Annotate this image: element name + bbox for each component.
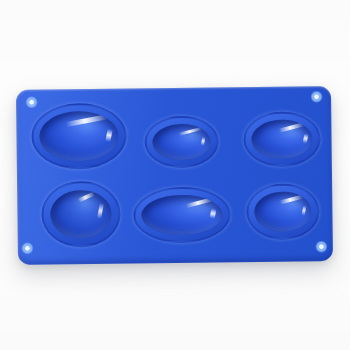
- gloss-highlight: [278, 123, 304, 133]
- cavity-bowl: [251, 119, 312, 159]
- cavity-top-right: [243, 111, 321, 167]
- cavity-bottom-right: [246, 183, 320, 240]
- cavity-bottom-middle: [133, 186, 231, 243]
- cavity-bowl: [39, 111, 119, 162]
- gloss-highlight: [302, 133, 308, 144]
- corner-hole-bottom-left: [21, 242, 34, 255]
- gloss-highlight: [185, 197, 213, 207]
- silicone-mold: [16, 86, 333, 265]
- corner-hole-top-left: [25, 96, 38, 109]
- gloss-highlight: [77, 192, 95, 204]
- corner-hole-bottom-right: [315, 240, 328, 253]
- cavity-top-middle: [144, 115, 219, 168]
- gloss-highlight: [302, 206, 307, 217]
- gloss-highlight: [209, 209, 216, 220]
- cavity-top-left: [31, 103, 127, 170]
- gloss-highlight: [97, 203, 104, 220]
- cavity-bowl: [254, 191, 311, 232]
- gloss-highlight: [105, 128, 112, 142]
- gloss-highlight: [201, 136, 206, 146]
- cavity-bowl: [50, 190, 112, 239]
- product-photo: [0, 0, 350, 350]
- gloss-highlight: [65, 114, 109, 126]
- gloss-highlight: [279, 195, 303, 205]
- cavity-bowl: [141, 194, 222, 235]
- corner-hole-top-right: [310, 90, 323, 103]
- gloss-highlight: [178, 127, 202, 136]
- cavity-bottom-left: [41, 181, 121, 248]
- cavity-bowl: [152, 124, 210, 161]
